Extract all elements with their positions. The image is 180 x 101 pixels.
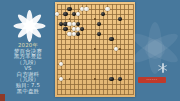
flower-watermark-icon [128,18,180,80]
game-info-panel: 2020年 梦百合决赛 黑方芈昱廷 （九段） VS 白方谢科 （九段） 贴目: … [0,43,56,94]
black-stone [97,22,102,27]
grid-line-h [57,74,133,75]
grid-line-v [112,4,113,95]
grid-line-v [124,4,125,95]
black-stone [101,12,106,17]
white-stone [59,77,64,82]
black-stone [63,27,68,32]
grid-line-v [99,4,100,95]
broadcast-screen: 2020年 梦百合决赛 黑方芈昱廷 （九段） VS 白方谢科 （九段） 贴目: … [0,0,180,101]
corner-red-patch [0,94,5,101]
result-label: 黑中盘胜 [0,89,56,95]
grid-line-v [103,4,104,95]
black-stone [63,12,68,17]
star-point [94,18,96,20]
grid-line-h [57,54,133,55]
grid-line-h [57,69,133,70]
black-stone [118,77,123,82]
white-stone [59,62,64,67]
black-stone [109,77,114,82]
small-snowflake-icon [158,63,168,73]
grid-line-h [57,89,133,90]
black-stone [76,22,81,27]
black-stone [76,32,81,37]
grid-line-h [57,84,133,85]
black-stone [118,17,123,22]
white-stone [76,12,81,17]
star-point [119,48,121,50]
snowflake-flower-icon [11,8,47,44]
white-stone [84,7,89,12]
white-stone [55,12,60,17]
grid-line-h [57,64,133,65]
watermark-banner: ······ [138,77,166,83]
white-stone [105,7,110,12]
grid-line-v [107,4,108,95]
star-point [94,78,96,80]
black-stone [67,7,72,12]
grid-line-v [133,4,134,95]
grid-line-h [57,94,133,95]
black-stone [97,32,102,37]
grid-line-h [57,59,133,60]
go-board[interactable] [55,2,135,97]
star-point [94,48,96,50]
black-stone [80,27,85,32]
grid-line-v [128,4,129,95]
white-stone [114,47,119,52]
black-stone [109,37,114,42]
